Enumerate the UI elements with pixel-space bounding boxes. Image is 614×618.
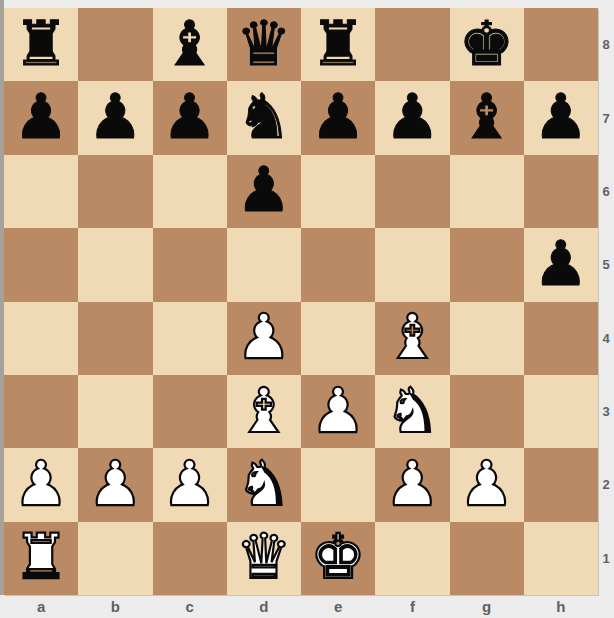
file-label-e: e bbox=[301, 595, 375, 618]
square-g5[interactable] bbox=[450, 228, 524, 301]
square-f6[interactable] bbox=[375, 155, 449, 228]
black-pawn-a7[interactable]: ♟ bbox=[13, 86, 69, 148]
file-label-g: g bbox=[450, 595, 524, 618]
white-bishop-d3[interactable]: ♝ bbox=[236, 380, 292, 442]
square-h8[interactable] bbox=[524, 8, 598, 81]
square-f5[interactable] bbox=[375, 228, 449, 301]
white-pawn-b2[interactable]: ♟ bbox=[88, 453, 144, 515]
file-coordinates: abcdefgh bbox=[4, 595, 598, 618]
chess-app-window: ♜♝♛♜♚♟♟♟♞♟♟♝♟♟♟♟♝♝♟♞♟♟♟♞♟♟♜♛♚ 87654321 a… bbox=[0, 0, 614, 618]
square-f3[interactable]: ♞ bbox=[375, 375, 449, 448]
file-label-h: h bbox=[524, 595, 598, 618]
square-b4[interactable] bbox=[78, 302, 152, 375]
rank-label-3: 3 bbox=[598, 375, 614, 448]
white-knight-f3[interactable]: ♞ bbox=[385, 380, 441, 442]
square-h4[interactable] bbox=[524, 302, 598, 375]
rank-label-1: 1 bbox=[598, 522, 614, 595]
file-label-c: c bbox=[153, 595, 227, 618]
square-c5[interactable] bbox=[153, 228, 227, 301]
square-d4[interactable]: ♟ bbox=[227, 302, 301, 375]
square-c2[interactable]: ♟ bbox=[153, 448, 227, 521]
square-b5[interactable] bbox=[78, 228, 152, 301]
square-c1[interactable] bbox=[153, 522, 227, 595]
square-a1[interactable]: ♜ bbox=[4, 522, 78, 595]
square-a4[interactable] bbox=[4, 302, 78, 375]
black-pawn-e7[interactable]: ♟ bbox=[310, 86, 366, 148]
black-knight-d7[interactable]: ♞ bbox=[236, 86, 292, 148]
square-e7[interactable]: ♟ bbox=[301, 81, 375, 154]
white-pawn-f2[interactable]: ♟ bbox=[385, 453, 441, 515]
square-g3[interactable] bbox=[450, 375, 524, 448]
square-d3[interactable]: ♝ bbox=[227, 375, 301, 448]
square-h2[interactable] bbox=[524, 448, 598, 521]
square-g1[interactable] bbox=[450, 522, 524, 595]
square-b3[interactable] bbox=[78, 375, 152, 448]
square-e4[interactable] bbox=[301, 302, 375, 375]
square-h3[interactable] bbox=[524, 375, 598, 448]
square-b8[interactable] bbox=[78, 8, 152, 81]
square-b2[interactable]: ♟ bbox=[78, 448, 152, 521]
square-c8[interactable]: ♝ bbox=[153, 8, 227, 81]
rank-label-6: 6 bbox=[598, 155, 614, 228]
black-pawn-f7[interactable]: ♟ bbox=[385, 86, 441, 148]
white-rook-a1[interactable]: ♜ bbox=[13, 526, 69, 588]
square-d1[interactable]: ♛ bbox=[227, 522, 301, 595]
square-a2[interactable]: ♟ bbox=[4, 448, 78, 521]
black-king-g8[interactable]: ♚ bbox=[459, 13, 515, 75]
black-queen-d8[interactable]: ♛ bbox=[236, 13, 292, 75]
square-e2[interactable] bbox=[301, 448, 375, 521]
white-pawn-a2[interactable]: ♟ bbox=[13, 453, 69, 515]
white-queen-d1[interactable]: ♛ bbox=[236, 526, 292, 588]
square-h7[interactable]: ♟ bbox=[524, 81, 598, 154]
square-d5[interactable] bbox=[227, 228, 301, 301]
square-g4[interactable] bbox=[450, 302, 524, 375]
square-f8[interactable] bbox=[375, 8, 449, 81]
black-bishop-g7[interactable]: ♝ bbox=[459, 86, 515, 148]
square-f2[interactable]: ♟ bbox=[375, 448, 449, 521]
square-c3[interactable] bbox=[153, 375, 227, 448]
square-c4[interactable] bbox=[153, 302, 227, 375]
chess-board[interactable]: ♜♝♛♜♚♟♟♟♞♟♟♝♟♟♟♟♝♝♟♞♟♟♟♞♟♟♜♛♚ bbox=[4, 8, 598, 595]
rank-label-7: 7 bbox=[598, 81, 614, 154]
white-pawn-c2[interactable]: ♟ bbox=[162, 453, 218, 515]
white-pawn-d4[interactable]: ♟ bbox=[236, 306, 292, 368]
square-d7[interactable]: ♞ bbox=[227, 81, 301, 154]
white-pawn-g2[interactable]: ♟ bbox=[459, 453, 515, 515]
square-f1[interactable] bbox=[375, 522, 449, 595]
square-a7[interactable]: ♟ bbox=[4, 81, 78, 154]
square-g8[interactable]: ♚ bbox=[450, 8, 524, 81]
white-knight-d2[interactable]: ♞ bbox=[236, 453, 292, 515]
square-c6[interactable] bbox=[153, 155, 227, 228]
square-b6[interactable] bbox=[78, 155, 152, 228]
black-rook-e8[interactable]: ♜ bbox=[310, 13, 366, 75]
black-bishop-c8[interactable]: ♝ bbox=[162, 13, 218, 75]
square-a6[interactable] bbox=[4, 155, 78, 228]
black-pawn-h5[interactable]: ♟ bbox=[533, 233, 589, 295]
rank-label-5: 5 bbox=[598, 228, 614, 301]
black-rook-a8[interactable]: ♜ bbox=[13, 13, 69, 75]
file-label-f: f bbox=[375, 595, 449, 618]
square-e8[interactable]: ♜ bbox=[301, 8, 375, 81]
square-e3[interactable]: ♟ bbox=[301, 375, 375, 448]
square-e1[interactable]: ♚ bbox=[301, 522, 375, 595]
square-h1[interactable] bbox=[524, 522, 598, 595]
file-label-a: a bbox=[4, 595, 78, 618]
square-h6[interactable] bbox=[524, 155, 598, 228]
square-d8[interactable]: ♛ bbox=[227, 8, 301, 81]
black-pawn-b7[interactable]: ♟ bbox=[88, 86, 144, 148]
white-bishop-f4[interactable]: ♝ bbox=[385, 306, 441, 368]
white-king-e1[interactable]: ♚ bbox=[310, 526, 366, 588]
square-g2[interactable]: ♟ bbox=[450, 448, 524, 521]
square-b7[interactable]: ♟ bbox=[78, 81, 152, 154]
black-pawn-d6[interactable]: ♟ bbox=[236, 159, 292, 221]
square-a3[interactable] bbox=[4, 375, 78, 448]
file-label-d: d bbox=[227, 595, 301, 618]
square-b1[interactable] bbox=[78, 522, 152, 595]
square-f4[interactable]: ♝ bbox=[375, 302, 449, 375]
black-pawn-c7[interactable]: ♟ bbox=[162, 86, 218, 148]
square-d6[interactable]: ♟ bbox=[227, 155, 301, 228]
rank-coordinates: 87654321 bbox=[598, 8, 614, 595]
square-f7[interactable]: ♟ bbox=[375, 81, 449, 154]
rank-label-8: 8 bbox=[598, 8, 614, 81]
square-a5[interactable] bbox=[4, 228, 78, 301]
rank-label-4: 4 bbox=[598, 302, 614, 375]
black-pawn-h7[interactable]: ♟ bbox=[533, 86, 589, 148]
square-a8[interactable]: ♜ bbox=[4, 8, 78, 81]
rank-label-2: 2 bbox=[598, 448, 614, 521]
square-g6[interactable] bbox=[450, 155, 524, 228]
square-d2[interactable]: ♞ bbox=[227, 448, 301, 521]
square-g7[interactable]: ♝ bbox=[450, 81, 524, 154]
white-pawn-e3[interactable]: ♟ bbox=[310, 380, 366, 442]
square-e5[interactable] bbox=[301, 228, 375, 301]
square-e6[interactable] bbox=[301, 155, 375, 228]
square-c7[interactable]: ♟ bbox=[153, 81, 227, 154]
square-h5[interactable]: ♟ bbox=[524, 228, 598, 301]
file-label-b: b bbox=[78, 595, 152, 618]
